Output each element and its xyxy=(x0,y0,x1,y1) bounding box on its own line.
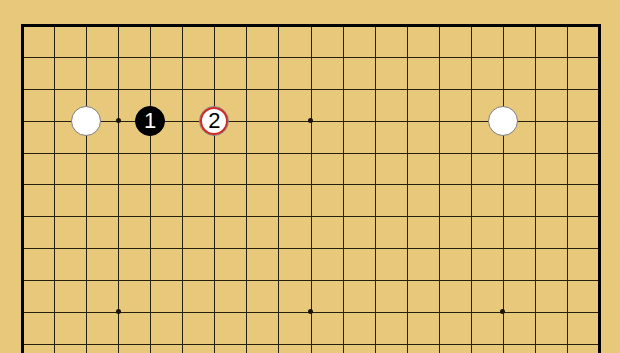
star-point xyxy=(102,296,134,328)
move-number-label: 1 xyxy=(144,110,156,132)
board-point: 2 xyxy=(198,105,230,137)
stone-white[interactable] xyxy=(71,106,101,136)
star-point-dot xyxy=(500,309,505,314)
stone-white-2[interactable]: 2 xyxy=(199,106,229,136)
star-point xyxy=(487,296,519,328)
star-point xyxy=(294,105,326,137)
star-point xyxy=(294,296,326,328)
stone-white[interactable] xyxy=(488,106,518,136)
star-point-dot xyxy=(116,309,121,314)
move-number-label: 2 xyxy=(208,110,220,132)
star-point-dot xyxy=(116,118,121,123)
star-point xyxy=(102,105,134,137)
goban-grid[interactable]: 12 xyxy=(6,9,615,353)
stone-black-1[interactable]: 1 xyxy=(135,106,165,136)
star-point-dot xyxy=(308,118,313,123)
board-point xyxy=(70,105,102,137)
go-board-diagram: 12 xyxy=(0,0,620,353)
board-point xyxy=(487,105,519,137)
board-point: 1 xyxy=(134,105,166,137)
star-point-dot xyxy=(308,309,313,314)
